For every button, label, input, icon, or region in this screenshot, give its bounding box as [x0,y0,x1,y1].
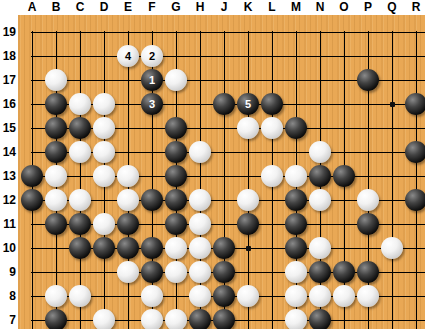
intersection-P9[interactable] [356,260,380,284]
black-stone-B15 [45,117,67,139]
white-stone-G7 [165,309,187,329]
intersection-K7[interactable] [236,308,260,329]
intersection-J19[interactable] [212,20,236,44]
black-stone-G12 [165,189,187,211]
intersection-K10[interactable] [236,236,260,260]
intersection-G14[interactable] [164,140,188,164]
intersection-R7[interactable] [404,308,425,329]
intersection-B7[interactable] [44,308,68,329]
intersection-R13[interactable] [404,164,425,188]
intersection-L16[interactable] [260,92,284,116]
intersection-D8[interactable] [92,284,116,308]
black-stone-E11 [117,213,139,235]
intersection-A11[interactable] [20,212,44,236]
black-stone-C11 [69,213,91,235]
intersection-C17[interactable] [68,68,92,92]
intersection-D12[interactable] [92,188,116,212]
white-stone-M9 [285,261,307,283]
intersection-A13[interactable] [20,164,44,188]
intersection-E17[interactable] [116,68,140,92]
white-stone-H12 [189,189,211,211]
intersection-F10[interactable] [140,236,164,260]
intersection-M18[interactable] [284,44,308,68]
intersection-P7[interactable] [356,308,380,329]
black-stone-J8 [213,285,235,307]
intersection-R19[interactable] [404,20,425,44]
intersection-K18[interactable] [236,44,260,68]
intersection-P11[interactable] [356,212,380,236]
intersection-P13[interactable] [356,164,380,188]
intersection-N15[interactable] [308,116,332,140]
intersection-C10[interactable] [68,236,92,260]
intersection-R14[interactable] [404,140,425,164]
intersection-O7[interactable] [332,308,356,329]
intersection-E11[interactable] [116,212,140,236]
row-label-18: 18 [0,48,16,64]
intersection-C11[interactable] [68,212,92,236]
black-stone-N9 [309,261,331,283]
white-stone-E18: 4 [117,45,139,67]
intersection-G17[interactable] [164,68,188,92]
intersection-E10[interactable] [116,236,140,260]
intersection-G10[interactable] [164,236,188,260]
intersection-A17[interactable] [20,68,44,92]
intersection-K14[interactable] [236,140,260,164]
white-stone-E9 [117,261,139,283]
intersection-C18[interactable] [68,44,92,68]
intersection-F13[interactable] [140,164,164,188]
intersection-D19[interactable] [92,20,116,44]
intersection-A14[interactable] [20,140,44,164]
intersection-Q7[interactable] [380,308,404,329]
intersection-M9[interactable] [284,260,308,284]
intersection-E13[interactable] [116,164,140,188]
intersection-D11[interactable] [92,212,116,236]
intersection-C19[interactable] [68,20,92,44]
intersection-H19[interactable] [188,20,212,44]
intersection-P17[interactable] [356,68,380,92]
intersection-J10[interactable] [212,236,236,260]
intersection-B15[interactable] [44,116,68,140]
intersection-L7[interactable] [260,308,284,329]
intersection-N12[interactable] [308,188,332,212]
intersection-O15[interactable] [332,116,356,140]
intersection-O18[interactable] [332,44,356,68]
intersection-F19[interactable] [140,20,164,44]
intersection-Q19[interactable] [380,20,404,44]
row-label-11: 11 [0,216,16,232]
row-label-10: 10 [0,240,16,256]
intersection-N17[interactable] [308,68,332,92]
intersection-E18[interactable]: 4 [116,44,140,68]
intersection-L12[interactable] [260,188,284,212]
black-stone-F12 [141,189,163,211]
intersection-N16[interactable] [308,92,332,116]
intersection-P18[interactable] [356,44,380,68]
intersection-L10[interactable] [260,236,284,260]
intersection-J17[interactable] [212,68,236,92]
intersection-L19[interactable] [260,20,284,44]
intersection-J14[interactable] [212,140,236,164]
intersection-M15[interactable] [284,116,308,140]
intersection-F8[interactable] [140,284,164,308]
white-stone-N14 [309,141,331,163]
white-stone-H8 [189,285,211,307]
intersection-D15[interactable] [92,116,116,140]
intersection-A12[interactable] [20,188,44,212]
black-stone-C10 [69,237,91,259]
intersection-B12[interactable] [44,188,68,212]
black-stone-L16 [261,93,283,115]
intersection-B9[interactable] [44,260,68,284]
black-stone-O9 [333,261,355,283]
white-stone-B17 [45,69,67,91]
col-label-K: K [236,0,260,15]
black-stone-P11 [357,213,379,235]
go-board-page: 42135 ABCDEFGHJKLMNOPQR 1918171615141312… [0,0,425,329]
intersection-N8[interactable] [308,284,332,308]
black-stone-R16 [405,93,425,115]
intersection-O11[interactable] [332,212,356,236]
intersection-F14[interactable] [140,140,164,164]
black-stone-M11 [285,213,307,235]
intersection-G9[interactable] [164,260,188,284]
intersection-K17[interactable] [236,68,260,92]
intersection-P8[interactable] [356,284,380,308]
intersection-A15[interactable] [20,116,44,140]
intersection-E9[interactable] [116,260,140,284]
black-stone-J16 [213,93,235,115]
intersection-A16[interactable] [20,92,44,116]
intersection-B16[interactable] [44,92,68,116]
black-stone-R12 [405,189,425,211]
intersection-N19[interactable] [308,20,332,44]
intersection-L13[interactable] [260,164,284,188]
intersection-M14[interactable] [284,140,308,164]
intersection-Q11[interactable] [380,212,404,236]
intersection-L15[interactable] [260,116,284,140]
intersection-R10[interactable] [404,236,425,260]
intersection-F7[interactable] [140,308,164,329]
intersection-H9[interactable] [188,260,212,284]
black-stone-F10 [141,237,163,259]
intersection-A8[interactable] [20,284,44,308]
intersection-E14[interactable] [116,140,140,164]
move-number-5: 5 [237,93,259,115]
intersection-C8[interactable] [68,284,92,308]
intersection-P12[interactable] [356,188,380,212]
intersection-E16[interactable] [116,92,140,116]
intersection-P19[interactable] [356,20,380,44]
intersection-O8[interactable] [332,284,356,308]
white-stone-H9 [189,261,211,283]
intersection-J15[interactable] [212,116,236,140]
intersection-J16[interactable] [212,92,236,116]
intersection-B14[interactable] [44,140,68,164]
intersection-G18[interactable] [164,44,188,68]
intersection-B17[interactable] [44,68,68,92]
intersection-O9[interactable] [332,260,356,284]
intersection-C15[interactable] [68,116,92,140]
intersection-H16[interactable] [188,92,212,116]
intersection-M11[interactable] [284,212,308,236]
intersection-N7[interactable] [308,308,332,329]
intersection-Q14[interactable] [380,140,404,164]
intersection-P16[interactable] [356,92,380,116]
intersection-M16[interactable] [284,92,308,116]
intersection-Q8[interactable] [380,284,404,308]
intersection-J18[interactable] [212,44,236,68]
intersection-Q15[interactable] [380,116,404,140]
intersection-D18[interactable] [92,44,116,68]
intersection-L18[interactable] [260,44,284,68]
white-stone-L15 [261,117,283,139]
intersection-L17[interactable] [260,68,284,92]
intersection-K13[interactable] [236,164,260,188]
intersection-D10[interactable] [92,236,116,260]
intersection-L11[interactable] [260,212,284,236]
white-stone-B8 [45,285,67,307]
intersection-H8[interactable] [188,284,212,308]
intersection-D17[interactable] [92,68,116,92]
intersection-R16[interactable] [404,92,425,116]
intersection-M17[interactable] [284,68,308,92]
intersection-F16[interactable]: 3 [140,92,164,116]
intersection-H14[interactable] [188,140,212,164]
col-label-E: E [116,0,140,15]
intersection-J11[interactable] [212,212,236,236]
intersection-J9[interactable] [212,260,236,284]
intersection-R11[interactable] [404,212,425,236]
intersection-F9[interactable] [140,260,164,284]
intersection-B11[interactable] [44,212,68,236]
intersection-C7[interactable] [68,308,92,329]
intersection-R9[interactable] [404,260,425,284]
intersection-L14[interactable] [260,140,284,164]
intersection-Q18[interactable] [380,44,404,68]
white-stone-G17 [165,69,187,91]
intersection-J13[interactable] [212,164,236,188]
intersection-P10[interactable] [356,236,380,260]
intersection-C13[interactable] [68,164,92,188]
intersection-E8[interactable] [116,284,140,308]
intersection-D14[interactable] [92,140,116,164]
intersection-K8[interactable] [236,284,260,308]
col-label-J: J [212,0,236,15]
white-stone-C8 [69,285,91,307]
intersection-B8[interactable] [44,284,68,308]
intersection-C16[interactable] [68,92,92,116]
intersection-M10[interactable] [284,236,308,260]
white-stone-N10 [309,237,331,259]
intersection-G11[interactable] [164,212,188,236]
row-label-15: 15 [0,120,16,136]
intersection-R17[interactable] [404,68,425,92]
intersection-H12[interactable] [188,188,212,212]
intersection-F12[interactable] [140,188,164,212]
intersection-H15[interactable] [188,116,212,140]
intersection-G19[interactable] [164,20,188,44]
intersection-E12[interactable] [116,188,140,212]
intersection-N9[interactable] [308,260,332,284]
black-stone-G15 [165,117,187,139]
intersection-B19[interactable] [44,20,68,44]
intersection-J7[interactable] [212,308,236,329]
intersection-O12[interactable] [332,188,356,212]
intersection-G15[interactable] [164,116,188,140]
intersection-A10[interactable] [20,236,44,260]
intersection-B10[interactable] [44,236,68,260]
intersection-N11[interactable] [308,212,332,236]
move-number-1: 1 [141,69,163,91]
black-stone-O13 [333,165,355,187]
black-stone-F16: 3 [141,93,163,115]
intersection-L8[interactable] [260,284,284,308]
intersection-D9[interactable] [92,260,116,284]
intersection-O16[interactable] [332,92,356,116]
intersection-D13[interactable] [92,164,116,188]
intersection-P14[interactable] [356,140,380,164]
intersection-R15[interactable] [404,116,425,140]
intersection-N10[interactable] [308,236,332,260]
white-stone-F7 [141,309,163,329]
intersection-A18[interactable] [20,44,44,68]
intersection-M13[interactable] [284,164,308,188]
intersection-H17[interactable] [188,68,212,92]
intersection-O17[interactable] [332,68,356,92]
intersection-M8[interactable] [284,284,308,308]
intersection-L9[interactable] [260,260,284,284]
intersection-K12[interactable] [236,188,260,212]
intersection-C12[interactable] [68,188,92,212]
intersection-P15[interactable] [356,116,380,140]
intersection-A7[interactable] [20,308,44,329]
black-stone-A13 [21,165,43,187]
intersection-Q17[interactable] [380,68,404,92]
intersection-F11[interactable] [140,212,164,236]
intersection-D16[interactable] [92,92,116,116]
col-label-R: R [404,0,425,15]
intersection-F17[interactable]: 1 [140,68,164,92]
black-stone-K16: 5 [237,93,259,115]
intersection-G16[interactable] [164,92,188,116]
black-stone-J7 [213,309,235,329]
white-stone-P8 [357,285,379,307]
black-stone-K11 [237,213,259,235]
intersection-H10[interactable] [188,236,212,260]
intersection-E15[interactable] [116,116,140,140]
intersection-K19[interactable] [236,20,260,44]
white-stone-D16 [93,93,115,115]
row-label-9: 9 [0,264,16,280]
row-label-19: 19 [0,24,16,40]
intersection-D7[interactable] [92,308,116,329]
board-grid: 42135 [20,20,425,329]
white-stone-P12 [357,189,379,211]
intersection-Q9[interactable] [380,260,404,284]
intersection-M7[interactable] [284,308,308,329]
intersection-H11[interactable] [188,212,212,236]
intersection-Q16[interactable] [380,92,404,116]
intersection-A9[interactable] [20,260,44,284]
intersection-K15[interactable] [236,116,260,140]
col-label-D: D [92,0,116,15]
white-stone-K8 [237,285,259,307]
intersection-Q12[interactable] [380,188,404,212]
intersection-N13[interactable] [308,164,332,188]
black-stone-G13 [165,165,187,187]
white-stone-G10 [165,237,187,259]
intersection-M19[interactable] [284,20,308,44]
intersection-C14[interactable] [68,140,92,164]
intersection-N18[interactable] [308,44,332,68]
intersection-K11[interactable] [236,212,260,236]
white-stone-E12 [117,189,139,211]
intersection-O10[interactable] [332,236,356,260]
white-stone-M13 [285,165,307,187]
intersection-H18[interactable] [188,44,212,68]
intersection-G8[interactable] [164,284,188,308]
intersection-J12[interactable] [212,188,236,212]
intersection-N14[interactable] [308,140,332,164]
intersection-J8[interactable] [212,284,236,308]
white-stone-H11 [189,213,211,235]
intersection-O13[interactable] [332,164,356,188]
row-label-13: 13 [0,168,16,184]
intersection-K16[interactable]: 5 [236,92,260,116]
col-label-F: F [140,0,164,15]
intersection-H7[interactable] [188,308,212,329]
intersection-R8[interactable] [404,284,425,308]
intersection-O19[interactable] [332,20,356,44]
white-stone-B13 [45,165,67,187]
intersection-Q10[interactable] [380,236,404,260]
intersection-E19[interactable] [116,20,140,44]
intersection-O14[interactable] [332,140,356,164]
black-stone-G14 [165,141,187,163]
intersection-C9[interactable] [68,260,92,284]
row-label-17: 17 [0,72,16,88]
intersection-R18[interactable] [404,44,425,68]
row-label-16: 16 [0,96,16,112]
black-stone-J10 [213,237,235,259]
intersection-B13[interactable] [44,164,68,188]
black-stone-M10 [285,237,307,259]
white-stone-D11 [93,213,115,235]
intersection-A19[interactable] [20,20,44,44]
intersection-H13[interactable] [188,164,212,188]
intersection-G7[interactable] [164,308,188,329]
row-label-7: 7 [0,312,16,328]
intersection-G12[interactable] [164,188,188,212]
intersection-F18[interactable]: 2 [140,44,164,68]
black-stone-P17 [357,69,379,91]
intersection-G13[interactable] [164,164,188,188]
col-label-O: O [332,0,356,15]
intersection-K9[interactable] [236,260,260,284]
intersection-F15[interactable] [140,116,164,140]
col-label-A: A [20,0,44,15]
col-label-P: P [356,0,380,15]
intersection-B18[interactable] [44,44,68,68]
black-stone-B14 [45,141,67,163]
intersection-M12[interactable] [284,188,308,212]
col-label-G: G [164,0,188,15]
white-stone-E13 [117,165,139,187]
intersection-Q13[interactable] [380,164,404,188]
intersection-R12[interactable] [404,188,425,212]
intersection-E7[interactable] [116,308,140,329]
